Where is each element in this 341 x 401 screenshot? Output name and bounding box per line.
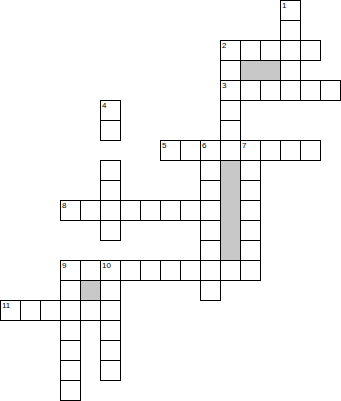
cell-c5-r15[interactable] [100,300,121,321]
cell-c10-r9[interactable] [200,180,221,201]
cell-c12-r4[interactable] [240,80,261,101]
cell-c5-r11[interactable] [100,220,121,241]
cell-c14-r7[interactable] [280,140,301,161]
cell-c8-r10[interactable] [160,200,181,221]
cell-c4-r10[interactable] [80,200,101,221]
cell-c3-r10[interactable] [60,200,81,221]
cell-c3-r18[interactable] [60,360,81,381]
cell-c11-r7[interactable] [220,140,241,161]
cell-c8-r13[interactable] [160,260,181,281]
cell-c12-r2[interactable] [240,40,261,61]
cell-c4-r15[interactable] [80,300,101,321]
cell-c11-r6[interactable] [220,120,241,141]
cell-c11-r2[interactable] [220,40,241,61]
cell-c10-r12[interactable] [200,240,221,261]
cell-c0-r15[interactable] [0,300,21,321]
cell-c12-r12[interactable] [240,240,261,261]
cell-c10-r13[interactable] [200,260,221,281]
cell-c5-r18[interactable] [100,360,121,381]
cell-c3-r16[interactable] [60,320,81,341]
cell-c13-r4[interactable] [260,80,281,101]
cell-c10-r7[interactable] [200,140,221,161]
cell-c11-r4[interactable] [220,80,241,101]
cell-c7-r10[interactable] [140,200,161,221]
cell-c15-r2[interactable] [300,40,321,61]
cell-c7-r13[interactable] [140,260,161,281]
cell-c12-r8[interactable] [240,160,261,181]
cell-c12-r9[interactable] [240,180,261,201]
cell-c11-r13[interactable] [220,260,241,281]
cell-c5-r6[interactable] [100,120,121,141]
cell-c5-r14[interactable] [100,280,121,301]
cell-c5-r8[interactable] [100,160,121,181]
cell-c6-r10[interactable] [120,200,141,221]
cell-c15-r7[interactable] [300,140,321,161]
cell-c2-r15[interactable] [40,300,61,321]
cell-c5-r13[interactable] [100,260,121,281]
cell-c8-r7[interactable] [160,140,181,161]
cell-c6-r13[interactable] [120,260,141,281]
cell-c16-r4[interactable] [320,80,341,101]
cell-c10-r10[interactable] [200,200,221,221]
cell-c11-r3[interactable] [220,60,241,81]
shaded-block-3 [80,280,101,301]
cell-c5-r16[interactable] [100,320,121,341]
cell-c12-r7[interactable] [240,140,261,161]
cell-c13-r7[interactable] [260,140,281,161]
cell-c5-r10[interactable] [100,200,121,221]
cell-c4-r13[interactable] [80,260,101,281]
cell-c9-r7[interactable] [180,140,201,161]
cell-c14-r4[interactable] [280,80,301,101]
cell-c15-r4[interactable] [300,80,321,101]
cell-c12-r10[interactable] [240,200,261,221]
shaded-block-1 [240,60,281,81]
cell-c14-r3[interactable] [280,60,301,81]
cell-c10-r14[interactable] [200,280,221,301]
crossword-board: 1234567891011 [0,0,341,401]
cell-c3-r19[interactable] [60,380,81,401]
cell-c9-r13[interactable] [180,260,201,281]
cell-c14-r1[interactable] [280,20,301,41]
cell-c10-r11[interactable] [200,220,221,241]
shaded-block-2 [220,160,241,261]
cell-c3-r15[interactable] [60,300,81,321]
cell-c12-r13[interactable] [240,260,261,281]
cell-c9-r10[interactable] [180,200,201,221]
cell-c3-r14[interactable] [60,280,81,301]
cell-c14-r0[interactable] [280,0,301,21]
cell-c5-r17[interactable] [100,340,121,361]
cell-c13-r2[interactable] [260,40,281,61]
cell-c5-r9[interactable] [100,180,121,201]
cell-c11-r5[interactable] [220,100,241,121]
cell-c1-r15[interactable] [20,300,41,321]
cell-c14-r2[interactable] [280,40,301,61]
cell-c3-r17[interactable] [60,340,81,361]
cell-c12-r11[interactable] [240,220,261,241]
cell-c3-r13[interactable] [60,260,81,281]
cell-c10-r8[interactable] [200,160,221,181]
cell-c5-r5[interactable] [100,100,121,121]
